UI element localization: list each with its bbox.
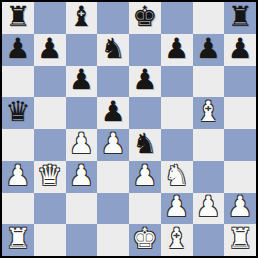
square-f5[interactable] — [161, 97, 193, 129]
square-b5[interactable] — [34, 97, 66, 129]
square-g6[interactable] — [193, 66, 225, 98]
square-f1[interactable]: ♝ — [161, 224, 193, 256]
piece-black-rook[interactable]: ♜ — [228, 3, 253, 31]
square-f4[interactable] — [161, 129, 193, 161]
square-h7[interactable]: ♟ — [224, 34, 256, 66]
square-d4[interactable]: ♟ — [97, 129, 129, 161]
square-e2[interactable] — [129, 193, 161, 225]
square-h2[interactable]: ♟ — [224, 193, 256, 225]
square-c5[interactable] — [66, 97, 98, 129]
square-h1[interactable]: ♜ — [224, 224, 256, 256]
piece-white-bishop[interactable]: ♝ — [164, 225, 189, 253]
square-d2[interactable] — [97, 193, 129, 225]
square-d8[interactable] — [97, 2, 129, 34]
square-g3[interactable] — [193, 161, 225, 193]
piece-white-rook[interactable]: ♜ — [5, 225, 30, 253]
piece-white-pawn[interactable]: ♟ — [196, 193, 221, 221]
piece-white-queen[interactable]: ♛ — [37, 162, 62, 190]
square-h5[interactable] — [224, 97, 256, 129]
square-g8[interactable] — [193, 2, 225, 34]
square-c8[interactable]: ♝ — [66, 2, 98, 34]
piece-white-pawn[interactable]: ♟ — [5, 162, 30, 190]
square-e5[interactable] — [129, 97, 161, 129]
square-c2[interactable] — [66, 193, 98, 225]
square-e8[interactable]: ♚ — [129, 2, 161, 34]
piece-black-pawn[interactable]: ♟ — [132, 66, 157, 94]
piece-black-pawn[interactable]: ♟ — [101, 98, 126, 126]
piece-white-pawn[interactable]: ♟ — [69, 162, 94, 190]
square-h8[interactable]: ♜ — [224, 2, 256, 34]
square-g7[interactable]: ♟ — [193, 34, 225, 66]
square-d1[interactable] — [97, 224, 129, 256]
piece-black-pawn[interactable]: ♟ — [5, 35, 30, 63]
piece-black-king[interactable]: ♚ — [132, 3, 157, 31]
square-c1[interactable] — [66, 224, 98, 256]
square-c3[interactable]: ♟ — [66, 161, 98, 193]
square-b7[interactable]: ♟ — [34, 34, 66, 66]
piece-black-rook[interactable]: ♜ — [5, 3, 30, 31]
square-a6[interactable] — [2, 66, 34, 98]
square-b1[interactable] — [34, 224, 66, 256]
square-f3[interactable]: ♞ — [161, 161, 193, 193]
chess-board-frame: ♜♝♚♜♟♟♞♟♟♟♟♟♛♟♝♟♟♞♟♛♟♟♞♟♟♟♜♚♝♜ — [0, 0, 258, 258]
square-g5[interactable]: ♝ — [193, 97, 225, 129]
square-e6[interactable]: ♟ — [129, 66, 161, 98]
piece-white-bishop[interactable]: ♝ — [196, 98, 221, 126]
square-b8[interactable] — [34, 2, 66, 34]
square-g2[interactable]: ♟ — [193, 193, 225, 225]
piece-white-pawn[interactable]: ♟ — [164, 193, 189, 221]
square-c7[interactable] — [66, 34, 98, 66]
square-b4[interactable] — [34, 129, 66, 161]
square-b6[interactable] — [34, 66, 66, 98]
piece-black-pawn[interactable]: ♟ — [228, 35, 253, 63]
piece-white-rook[interactable]: ♜ — [228, 225, 253, 253]
square-h3[interactable] — [224, 161, 256, 193]
piece-black-pawn[interactable]: ♟ — [164, 35, 189, 63]
piece-black-knight[interactable]: ♞ — [132, 130, 157, 158]
square-a1[interactable]: ♜ — [2, 224, 34, 256]
square-d6[interactable] — [97, 66, 129, 98]
square-e1[interactable]: ♚ — [129, 224, 161, 256]
square-d5[interactable]: ♟ — [97, 97, 129, 129]
square-d3[interactable] — [97, 161, 129, 193]
piece-black-pawn[interactable]: ♟ — [37, 35, 62, 63]
square-a3[interactable]: ♟ — [2, 161, 34, 193]
square-a8[interactable]: ♜ — [2, 2, 34, 34]
square-b3[interactable]: ♛ — [34, 161, 66, 193]
piece-white-knight[interactable]: ♞ — [164, 162, 189, 190]
piece-black-knight[interactable]: ♞ — [101, 35, 126, 63]
square-f2[interactable]: ♟ — [161, 193, 193, 225]
chess-board: ♜♝♚♜♟♟♞♟♟♟♟♟♛♟♝♟♟♞♟♛♟♟♞♟♟♟♜♚♝♜ — [0, 0, 258, 258]
piece-white-king[interactable]: ♚ — [132, 225, 157, 253]
square-a5[interactable]: ♛ — [2, 97, 34, 129]
square-a4[interactable] — [2, 129, 34, 161]
piece-white-pawn[interactable]: ♟ — [228, 193, 253, 221]
piece-black-pawn[interactable]: ♟ — [69, 66, 94, 94]
square-h4[interactable] — [224, 129, 256, 161]
piece-white-pawn[interactable]: ♟ — [101, 130, 126, 158]
square-c4[interactable]: ♟ — [66, 129, 98, 161]
square-g1[interactable] — [193, 224, 225, 256]
square-c6[interactable]: ♟ — [66, 66, 98, 98]
piece-black-pawn[interactable]: ♟ — [196, 35, 221, 63]
square-f6[interactable] — [161, 66, 193, 98]
piece-black-bishop[interactable]: ♝ — [69, 3, 94, 31]
square-a2[interactable] — [2, 193, 34, 225]
piece-white-pawn[interactable]: ♟ — [132, 162, 157, 190]
piece-black-queen[interactable]: ♛ — [5, 98, 30, 126]
square-b2[interactable] — [34, 193, 66, 225]
square-f7[interactable]: ♟ — [161, 34, 193, 66]
square-e4[interactable]: ♞ — [129, 129, 161, 161]
square-h6[interactable] — [224, 66, 256, 98]
square-f8[interactable] — [161, 2, 193, 34]
square-e3[interactable]: ♟ — [129, 161, 161, 193]
piece-white-pawn[interactable]: ♟ — [69, 130, 94, 158]
square-e7[interactable] — [129, 34, 161, 66]
square-d7[interactable]: ♞ — [97, 34, 129, 66]
square-a7[interactable]: ♟ — [2, 34, 34, 66]
square-g4[interactable] — [193, 129, 225, 161]
